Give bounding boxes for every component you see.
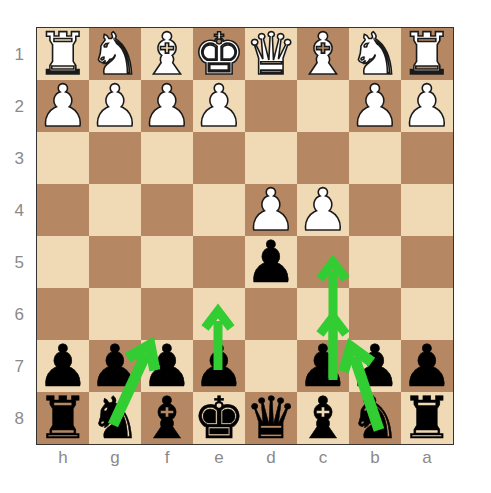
black-pawn-piece: ♟: [141, 340, 193, 392]
square-d7[interactable]: [245, 340, 297, 392]
black-pawn-piece: ♟: [245, 236, 297, 288]
white-pawn-piece: ♟: [89, 80, 141, 132]
white-rook-piece: ♜: [37, 28, 89, 80]
white-knight-piece: ♞: [349, 28, 401, 80]
file-labels: hgfedcba: [37, 445, 453, 471]
square-e1[interactable]: ♚: [193, 28, 245, 80]
square-b3[interactable]: [349, 132, 401, 184]
square-g6[interactable]: [89, 288, 141, 340]
square-f2[interactable]: ♟: [141, 80, 193, 132]
square-h3[interactable]: [37, 132, 89, 184]
black-rook-piece: ♜: [37, 392, 89, 444]
white-pawn-piece: ♟: [193, 80, 245, 132]
file-label-h: h: [37, 445, 89, 471]
black-rook-piece: ♜: [401, 392, 453, 444]
black-pawn-piece: ♟: [37, 340, 89, 392]
square-g4[interactable]: [89, 184, 141, 236]
square-b7[interactable]: ♟: [349, 340, 401, 392]
square-f7[interactable]: ♟: [141, 340, 193, 392]
square-h8[interactable]: ♜: [37, 392, 89, 444]
square-e7[interactable]: ♟: [193, 340, 245, 392]
square-b5[interactable]: [349, 236, 401, 288]
black-king-piece: ♚: [193, 392, 245, 444]
square-d6[interactable]: [245, 288, 297, 340]
white-king-piece: ♚: [193, 28, 245, 80]
chess-board: ♜♞♝♚♛♝♞♜♟♟♟♟♟♟♟♟♟♟♟♟♟♟♟♟♜♞♝♚♛♝♞♜: [37, 28, 453, 444]
square-a7[interactable]: ♟: [401, 340, 453, 392]
square-e3[interactable]: [193, 132, 245, 184]
square-d2[interactable]: [245, 80, 297, 132]
square-g1[interactable]: ♞: [89, 28, 141, 80]
rank-label-1: 1: [0, 28, 30, 80]
square-c7[interactable]: ♟: [297, 340, 349, 392]
square-e4[interactable]: [193, 184, 245, 236]
square-g3[interactable]: [89, 132, 141, 184]
square-c5[interactable]: [297, 236, 349, 288]
black-queen-piece: ♛: [245, 392, 297, 444]
rank-label-6: 6: [0, 288, 30, 340]
square-g7[interactable]: ♟: [89, 340, 141, 392]
white-pawn-piece: ♟: [401, 80, 453, 132]
square-d8[interactable]: ♛: [245, 392, 297, 444]
black-knight-piece: ♞: [89, 392, 141, 444]
white-bishop-piece: ♝: [141, 28, 193, 80]
square-g5[interactable]: [89, 236, 141, 288]
square-c4[interactable]: ♟: [297, 184, 349, 236]
square-c6[interactable]: [297, 288, 349, 340]
white-pawn-piece: ♟: [297, 184, 349, 236]
square-b4[interactable]: [349, 184, 401, 236]
square-a5[interactable]: [401, 236, 453, 288]
white-pawn-piece: ♟: [141, 80, 193, 132]
white-pawn-piece: ♟: [349, 80, 401, 132]
square-f1[interactable]: ♝: [141, 28, 193, 80]
black-bishop-piece: ♝: [141, 392, 193, 444]
square-e6[interactable]: [193, 288, 245, 340]
square-e5[interactable]: [193, 236, 245, 288]
white-pawn-piece: ♟: [245, 184, 297, 236]
white-knight-piece: ♞: [89, 28, 141, 80]
square-h5[interactable]: [37, 236, 89, 288]
rank-label-4: 4: [0, 184, 30, 236]
black-pawn-piece: ♟: [401, 340, 453, 392]
white-queen-piece: ♛: [245, 28, 297, 80]
square-b1[interactable]: ♞: [349, 28, 401, 80]
square-g8[interactable]: ♞: [89, 392, 141, 444]
file-label-a: a: [401, 445, 453, 471]
square-h2[interactable]: ♟: [37, 80, 89, 132]
square-h1[interactable]: ♜: [37, 28, 89, 80]
black-pawn-piece: ♟: [193, 340, 245, 392]
rank-label-8: 8: [0, 392, 30, 444]
black-bishop-piece: ♝: [297, 392, 349, 444]
rank-label-7: 7: [0, 340, 30, 392]
file-label-d: d: [245, 445, 297, 471]
square-d4[interactable]: ♟: [245, 184, 297, 236]
square-f4[interactable]: [141, 184, 193, 236]
square-h6[interactable]: [37, 288, 89, 340]
square-b2[interactable]: ♟: [349, 80, 401, 132]
square-a1[interactable]: ♜: [401, 28, 453, 80]
square-a3[interactable]: [401, 132, 453, 184]
square-a2[interactable]: ♟: [401, 80, 453, 132]
square-c1[interactable]: ♝: [297, 28, 349, 80]
white-rook-piece: ♜: [401, 28, 453, 80]
file-label-e: e: [193, 445, 245, 471]
white-pawn-piece: ♟: [37, 80, 89, 132]
square-e2[interactable]: ♟: [193, 80, 245, 132]
square-d5[interactable]: ♟: [245, 236, 297, 288]
square-a4[interactable]: [401, 184, 453, 236]
square-f6[interactable]: [141, 288, 193, 340]
rank-labels: 12345678: [0, 28, 30, 444]
white-bishop-piece: ♝: [297, 28, 349, 80]
rank-label-5: 5: [0, 236, 30, 288]
black-pawn-piece: ♟: [349, 340, 401, 392]
square-h7[interactable]: ♟: [37, 340, 89, 392]
rank-label-3: 3: [0, 132, 30, 184]
square-a6[interactable]: [401, 288, 453, 340]
chess-board-frame: ♜♞♝♚♛♝♞♜♟♟♟♟♟♟♟♟♟♟♟♟♟♟♟♟♜♞♝♚♛♝♞♜: [36, 27, 454, 445]
square-b6[interactable]: [349, 288, 401, 340]
file-label-f: f: [141, 445, 193, 471]
square-c2[interactable]: [297, 80, 349, 132]
black-pawn-piece: ♟: [89, 340, 141, 392]
square-d1[interactable]: ♛: [245, 28, 297, 80]
rank-label-2: 2: [0, 80, 30, 132]
file-label-g: g: [89, 445, 141, 471]
square-b8[interactable]: ♞: [349, 392, 401, 444]
square-c8[interactable]: ♝: [297, 392, 349, 444]
square-h4[interactable]: [37, 184, 89, 236]
black-pawn-piece: ♟: [297, 340, 349, 392]
file-label-b: b: [349, 445, 401, 471]
square-e8[interactable]: ♚: [193, 392, 245, 444]
square-f3[interactable]: [141, 132, 193, 184]
black-knight-piece: ♞: [349, 392, 401, 444]
square-a8[interactable]: ♜: [401, 392, 453, 444]
square-g2[interactable]: ♟: [89, 80, 141, 132]
file-label-c: c: [297, 445, 349, 471]
square-f5[interactable]: [141, 236, 193, 288]
square-c3[interactable]: [297, 132, 349, 184]
square-f8[interactable]: ♝: [141, 392, 193, 444]
square-d3[interactable]: [245, 132, 297, 184]
chess-diagram-page: 12345678 ♜♞♝♚♛♝♞♜♟♟♟♟♟♟♟♟♟♟♟♟♟♟♟♟♜♞♝♚♛♝♞…: [0, 0, 491, 493]
